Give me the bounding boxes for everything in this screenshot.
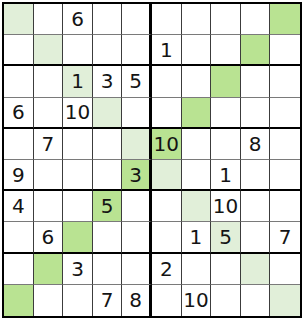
cell-r3c10-empty[interactable] [270,66,300,97]
cell-r1c5-empty[interactable] [122,4,152,35]
cell-r9c7-empty[interactable] [182,254,212,285]
cell-r7c1-given-4[interactable]: 4 [4,191,34,222]
cell-r7c10-empty[interactable] [270,191,300,222]
cell-r6c10-empty[interactable] [270,160,300,191]
cell-r2c1-empty[interactable] [4,35,34,66]
cell-r6c2-empty[interactable] [34,160,64,191]
cell-r4c2-empty[interactable] [34,98,64,129]
cell-r9c2-empty[interactable] [34,254,64,285]
cell-r7c5-empty[interactable] [122,191,152,222]
cell-r1c6-empty[interactable] [152,4,182,35]
cell-r2c5-empty[interactable] [122,35,152,66]
cell-r8c10-given-7[interactable]: 7 [270,222,300,253]
cell-r3c4-given-3[interactable]: 3 [93,66,123,97]
cell-r5c6-given-10[interactable]: 10 [152,129,182,160]
cell-r9c3-given-3[interactable]: 3 [63,254,93,285]
cell-r7c7-empty[interactable] [182,191,212,222]
cell-r6c4-empty[interactable] [93,160,123,191]
cell-r9c1-empty[interactable] [4,254,34,285]
cell-r5c5-empty[interactable] [122,129,152,160]
cell-r9c5-empty[interactable] [122,254,152,285]
cell-r5c8-empty[interactable] [211,129,241,160]
cell-r9c4-empty[interactable] [93,254,123,285]
cell-r8c5-empty[interactable] [122,222,152,253]
cell-r6c7-empty[interactable] [182,160,212,191]
cell-r2c8-empty[interactable] [211,35,241,66]
cell-r2c3-empty[interactable] [63,35,93,66]
cell-r3c1-empty[interactable] [4,66,34,97]
cell-r10c3-empty[interactable] [63,285,93,316]
cell-r8c1-empty[interactable] [4,222,34,253]
cell-r4c4-empty[interactable] [93,98,123,129]
cell-r6c5-given-3[interactable]: 3 [122,160,152,191]
cell-r7c3-empty[interactable] [63,191,93,222]
cell-r3c5-given-5[interactable]: 5 [122,66,152,97]
cell-r1c7-empty[interactable] [182,4,212,35]
cell-r1c2-empty[interactable] [34,4,64,35]
cell-r5c2-given-7[interactable]: 7 [34,129,64,160]
cell-r1c10-empty[interactable] [270,4,300,35]
cell-r7c9-empty[interactable] [241,191,271,222]
cell-r1c9-empty[interactable] [241,4,271,35]
cell-r4c8-empty[interactable] [211,98,241,129]
cell-r8c2-given-6[interactable]: 6 [34,222,64,253]
cell-r2c10-empty[interactable] [270,35,300,66]
cell-r2c4-empty[interactable] [93,35,123,66]
cell-r5c3-empty[interactable] [63,129,93,160]
cell-r3c6-empty[interactable] [152,66,182,97]
cell-r5c10-empty[interactable] [270,129,300,160]
cell-r9c6-given-2[interactable]: 2 [152,254,182,285]
cell-r6c9-empty[interactable] [241,160,271,191]
cell-r8c4-empty[interactable] [93,222,123,253]
cell-r5c9-given-8[interactable]: 8 [241,129,271,160]
cell-r10c10-empty[interactable] [270,285,300,316]
cell-r6c8-given-1[interactable]: 1 [211,160,241,191]
sudoku-board: 61135610710893145106157327810 [2,2,302,318]
cell-r2c9-empty[interactable] [241,35,271,66]
cell-r10c6-empty[interactable] [152,285,182,316]
cell-r1c8-empty[interactable] [211,4,241,35]
cell-r3c7-empty[interactable] [182,66,212,97]
cell-r5c1-empty[interactable] [4,129,34,160]
cell-r7c6-empty[interactable] [152,191,182,222]
cell-r8c3-empty[interactable] [63,222,93,253]
cell-r8c7-given-1[interactable]: 1 [182,222,212,253]
cell-r10c2-empty[interactable] [34,285,64,316]
cell-r4c9-empty[interactable] [241,98,271,129]
cell-r10c5-given-8[interactable]: 8 [122,285,152,316]
cell-r2c2-empty[interactable] [34,35,64,66]
cell-r7c2-empty[interactable] [34,191,64,222]
cell-r6c6-empty[interactable] [152,160,182,191]
cell-r8c9-empty[interactable] [241,222,271,253]
cell-r8c8-given-5[interactable]: 5 [211,222,241,253]
cell-r4c10-empty[interactable] [270,98,300,129]
cell-r3c9-empty[interactable] [241,66,271,97]
cell-r10c7-given-10[interactable]: 10 [182,285,212,316]
cell-r8c6-empty[interactable] [152,222,182,253]
cell-r9c10-empty[interactable] [270,254,300,285]
cell-r4c7-empty[interactable] [182,98,212,129]
cell-r4c3-given-10[interactable]: 10 [63,98,93,129]
cell-r10c9-empty[interactable] [241,285,271,316]
cell-r1c4-empty[interactable] [93,4,123,35]
cell-r5c4-empty[interactable] [93,129,123,160]
cell-r4c1-given-6[interactable]: 6 [4,98,34,129]
cell-r10c8-empty[interactable] [211,285,241,316]
cell-r2c7-empty[interactable] [182,35,212,66]
cell-r3c2-empty[interactable] [34,66,64,97]
cell-r9c8-empty[interactable] [211,254,241,285]
cell-r3c3-given-1[interactable]: 1 [63,66,93,97]
cell-r7c4-given-5[interactable]: 5 [93,191,123,222]
cell-r9c9-empty[interactable] [241,254,271,285]
cell-r3c8-empty[interactable] [211,66,241,97]
cell-r4c6-empty[interactable] [152,98,182,129]
cell-r7c8-given-10[interactable]: 10 [211,191,241,222]
cell-r4c5-empty[interactable] [122,98,152,129]
cell-r1c3-given-6[interactable]: 6 [63,4,93,35]
page-background: 61135610710893145106157327810 [0,0,304,320]
cell-r6c3-empty[interactable] [63,160,93,191]
cell-r6c1-given-9[interactable]: 9 [4,160,34,191]
cell-r10c1-empty[interactable] [4,285,34,316]
cell-r2c6-given-1[interactable]: 1 [152,35,182,66]
cell-r10c4-given-7[interactable]: 7 [93,285,123,316]
cell-r1c1-empty[interactable] [4,4,34,35]
cell-r5c7-empty[interactable] [182,129,212,160]
